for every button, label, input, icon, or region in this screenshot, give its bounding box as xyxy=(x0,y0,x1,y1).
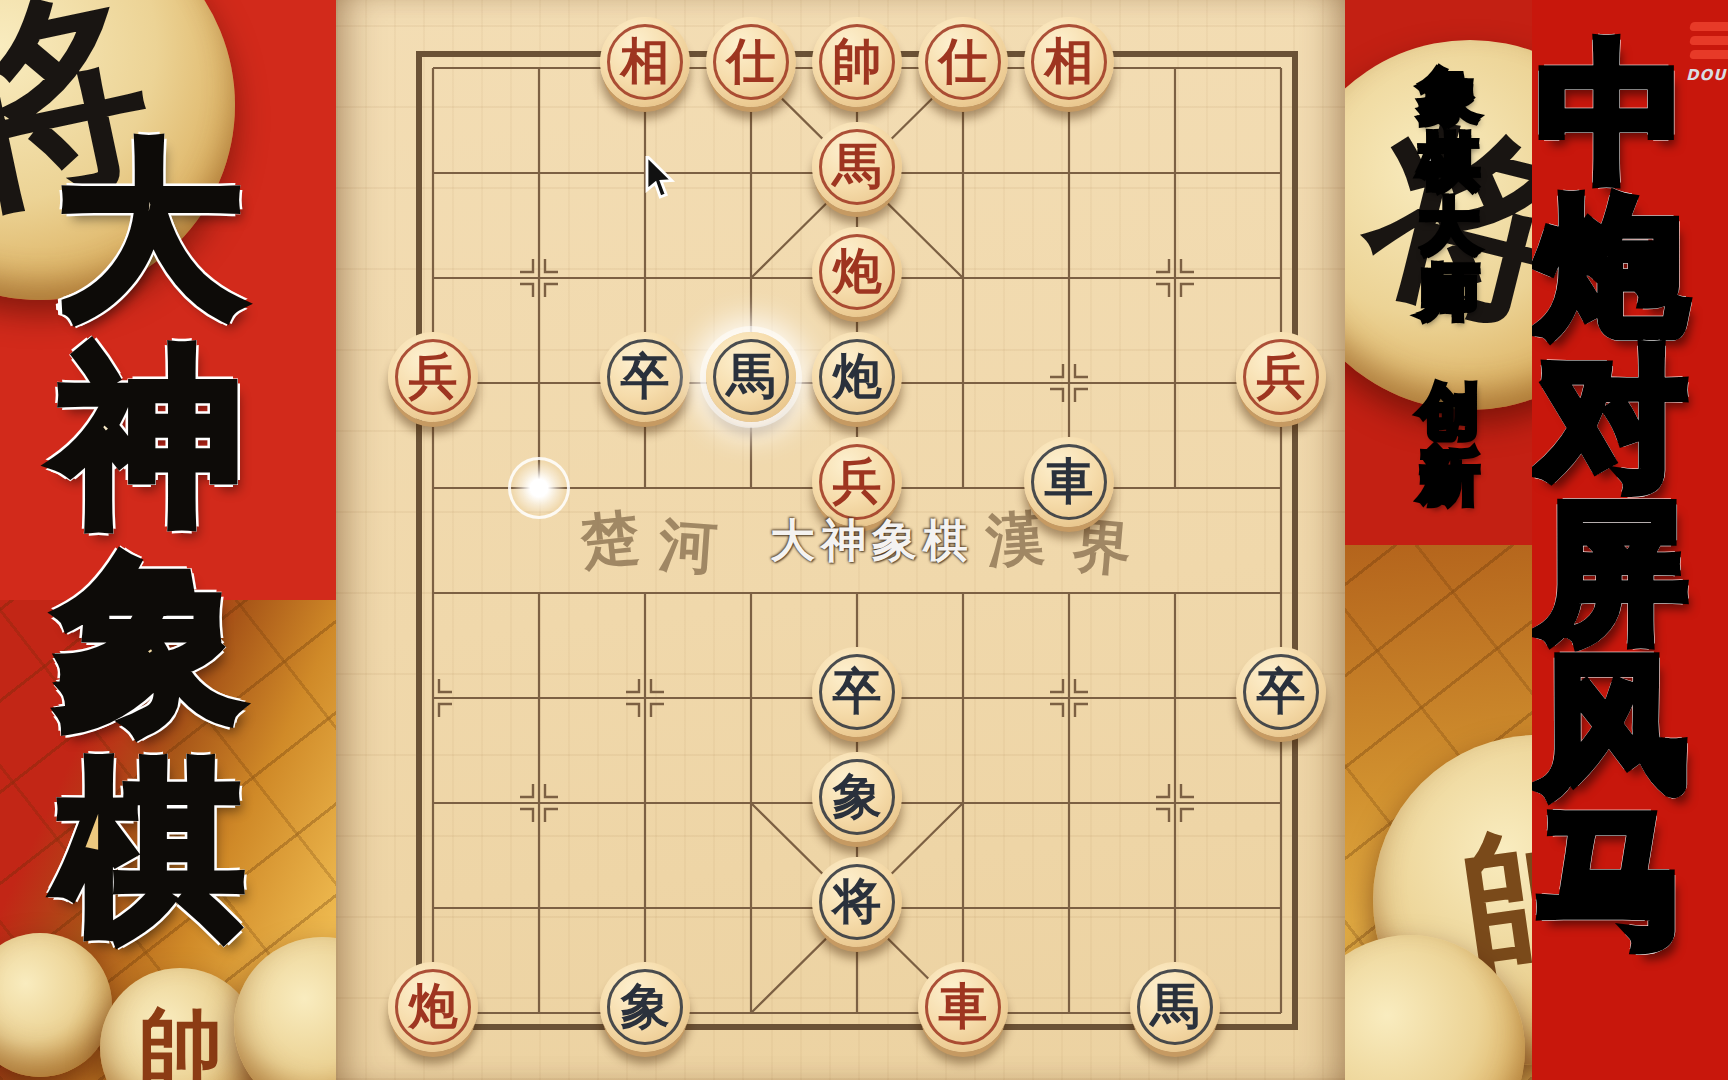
right-title-panel: 中炮对屏风马 xyxy=(1532,0,1728,1080)
piece-red-相[interactable]: 相 xyxy=(1024,17,1114,107)
mouse-cursor xyxy=(645,156,679,202)
right-photo-panel: 将 帥 象棋大师 创新 xyxy=(1345,0,1532,1080)
piece-char: 炮 xyxy=(409,974,458,1040)
piece-red-炮[interactable]: 炮 xyxy=(812,227,902,317)
piece-char: 帥 xyxy=(833,29,882,95)
vertical-title-char: 新 xyxy=(1419,437,1479,518)
piece-char: 兵 xyxy=(1257,344,1306,410)
vertical-title-char: 马 xyxy=(1538,780,1686,980)
piece-red-馬[interactable]: 馬 xyxy=(812,122,902,212)
piece-char: 象 xyxy=(621,974,670,1040)
vertical-title-char: 棋 xyxy=(57,726,243,977)
douyin-logo: DOUY xyxy=(1676,22,1728,92)
piece-char: 卒 xyxy=(621,344,670,410)
piece-black-馬[interactable]: 馬 xyxy=(706,332,796,422)
piece-char: 車 xyxy=(1045,449,1094,515)
piece-black-卒[interactable]: 卒 xyxy=(1236,647,1326,737)
xiangqi-board[interactable]: 楚 河 漢 界 大神象棋 相仕帥仕相馬炮兵卒馬炮兵兵車卒卒象将炮象車馬 xyxy=(336,0,1345,1080)
river-label-chu: 楚 xyxy=(577,498,643,582)
left-banner-panel: 将 帥 大神象棋 xyxy=(0,0,336,1080)
piece-char: 仕 xyxy=(727,29,776,95)
douyin-logo-text: DOUY xyxy=(1686,66,1728,84)
piece-black-炮[interactable]: 炮 xyxy=(812,332,902,422)
stage: 将 帥 大神象棋 楚 河 漢 界 大神象棋 相仕帥仕相馬炮兵卒馬炮兵兵車卒卒象将… xyxy=(0,0,1728,1080)
left-title-vertical: 大神象棋 xyxy=(55,0,245,1080)
piece-black-卒[interactable]: 卒 xyxy=(812,647,902,737)
river-label-he: 河 xyxy=(656,506,719,588)
piece-red-帥[interactable]: 帥 xyxy=(812,17,902,107)
piece-red-兵[interactable]: 兵 xyxy=(388,332,478,422)
piece-black-馬[interactable]: 馬 xyxy=(1130,962,1220,1052)
right-bottom-photo: 帥 xyxy=(1345,545,1532,1080)
main-title-vertical: 中炮对屏风马 xyxy=(1537,0,1687,1080)
piece-red-炮[interactable]: 炮 xyxy=(388,962,478,1052)
piece-red-仕[interactable]: 仕 xyxy=(706,17,796,107)
piece-char: 象 xyxy=(833,764,882,830)
piece-char: 相 xyxy=(1045,29,1094,95)
piece-char: 炮 xyxy=(833,344,882,410)
piece-red-仕[interactable]: 仕 xyxy=(918,17,1008,107)
piece-char: 卒 xyxy=(1257,659,1306,725)
piece-char: 馬 xyxy=(833,134,882,200)
piece-char: 仕 xyxy=(939,29,988,95)
piece-black-象[interactable]: 象 xyxy=(600,962,690,1052)
piece-red-兵[interactable]: 兵 xyxy=(1236,332,1326,422)
piece-black-将[interactable]: 将 xyxy=(812,857,902,947)
accent-vertical: 创新 xyxy=(1419,0,1479,560)
last-move-origin-marker xyxy=(508,457,570,519)
watermark: 大神象棋 xyxy=(770,511,974,571)
piece-red-車[interactable]: 車 xyxy=(918,962,1008,1052)
piece-black-車[interactable]: 車 xyxy=(1024,437,1114,527)
piece-red-相[interactable]: 相 xyxy=(600,17,690,107)
piece-black-象[interactable]: 象 xyxy=(812,752,902,842)
piece-char: 卒 xyxy=(833,659,882,725)
piece-black-卒[interactable]: 卒 xyxy=(600,332,690,422)
piece-char: 炮 xyxy=(833,239,882,305)
piece-char: 馬 xyxy=(727,344,776,410)
piece-char: 車 xyxy=(939,974,988,1040)
piece-char: 将 xyxy=(833,869,882,935)
piece-char: 相 xyxy=(621,29,670,95)
piece-char: 馬 xyxy=(1151,974,1200,1040)
piece-char: 兵 xyxy=(409,344,458,410)
piece-char: 兵 xyxy=(833,449,882,515)
